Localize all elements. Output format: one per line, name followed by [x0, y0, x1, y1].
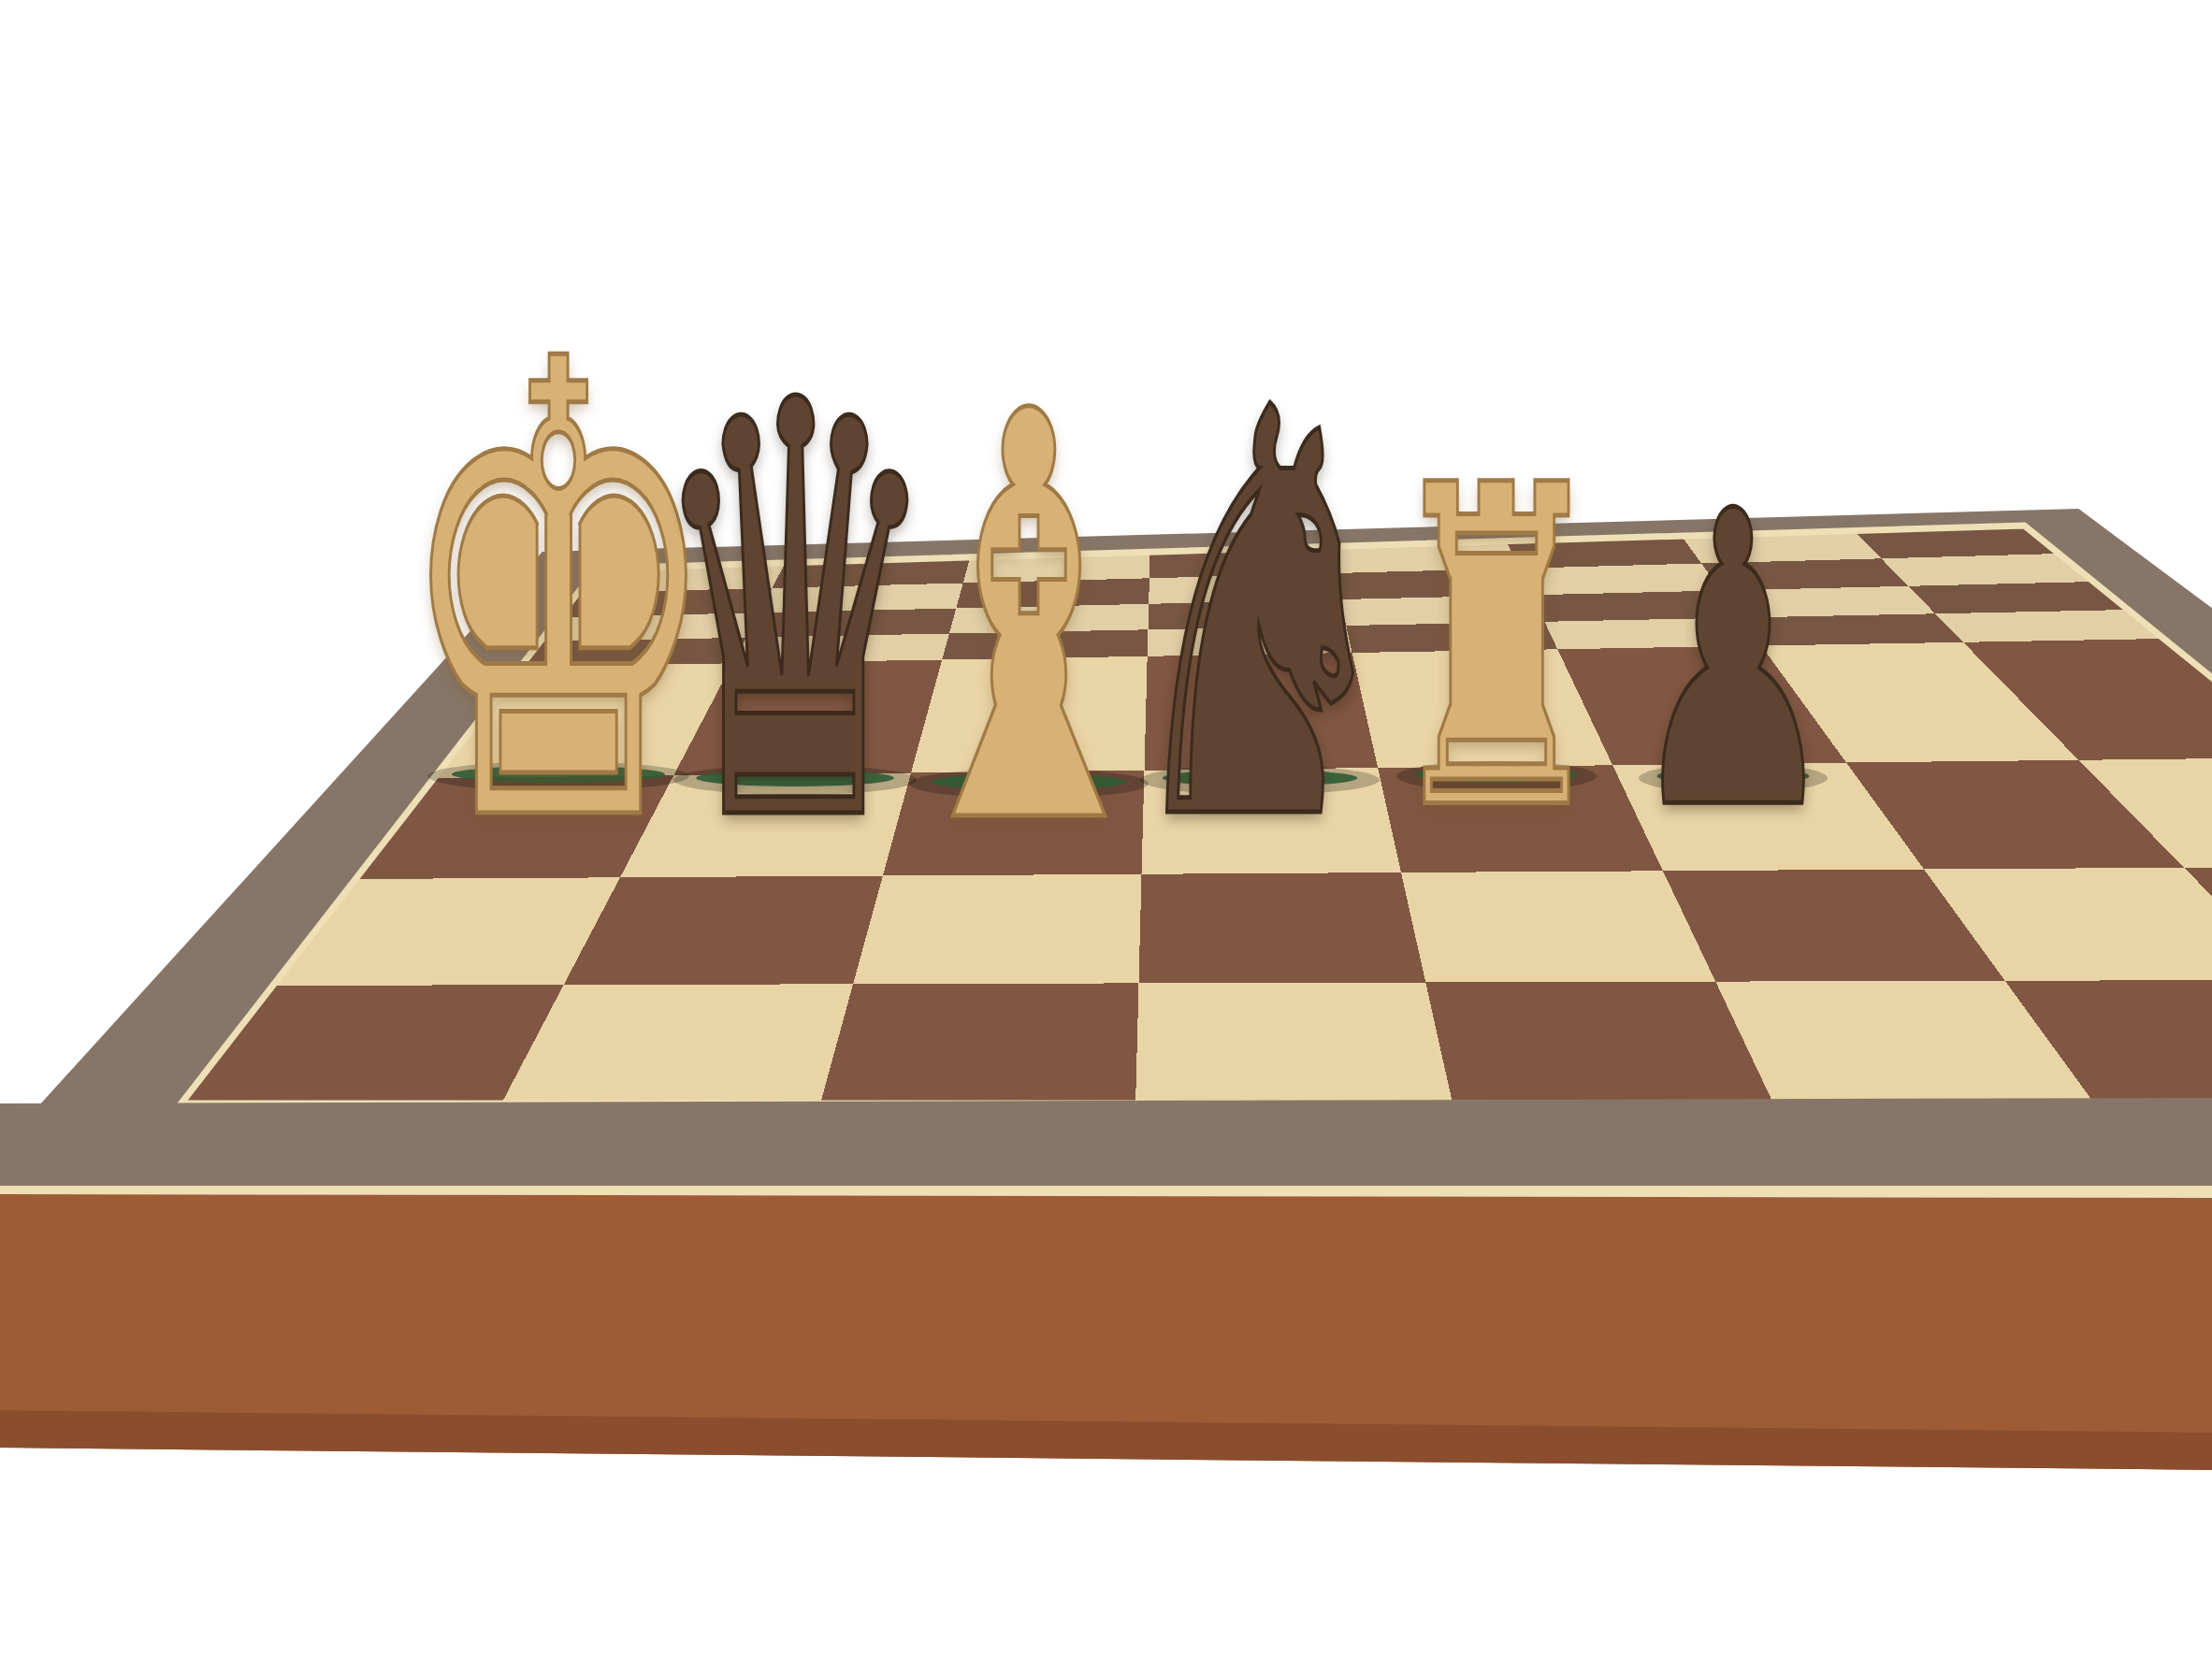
chessboard-photo-stage: ♚♛♝♞♜♟: [0, 0, 2212, 1658]
glyph-black-pawn: ♟: [1627, 459, 1839, 865]
square-e1[interactable]: [1425, 982, 1773, 1103]
square-d1[interactable]: [1135, 983, 1453, 1104]
piece-white-rook[interactable]: ♜: [1381, 429, 1611, 871]
piece-black-pawn[interactable]: ♟: [1627, 459, 1839, 865]
glyph-white-rook: ♜: [1381, 429, 1611, 871]
square-c1[interactable]: [820, 983, 1138, 1103]
near-border-band: [0, 1098, 2212, 1186]
glyph-black-knight: ♞: [1114, 338, 1406, 899]
piece-black-knight[interactable]: ♞: [1114, 338, 1406, 899]
